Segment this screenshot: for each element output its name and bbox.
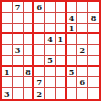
cell-r1c8[interactable] [77,2,88,13]
cell-r8c3[interactable] [24,77,35,88]
cell-r7c2[interactable] [13,67,24,78]
cell-r9c4[interactable]: 2 [34,88,45,99]
cell-r7c5[interactable] [45,67,56,78]
cell-r9c8[interactable] [77,88,88,99]
cell-r1c9[interactable] [88,2,99,13]
cell-r7c6[interactable] [56,67,67,78]
cell-r8c8[interactable]: 6 [77,77,88,88]
cell-r8c2[interactable] [13,77,24,88]
cell-r2c4[interactable] [34,13,45,24]
cell-r5c3[interactable] [24,45,35,56]
cell-r8c6[interactable] [56,77,67,88]
cell-r6c1[interactable] [2,56,13,67]
cell-r3c1[interactable] [2,24,13,35]
cell-r6c5[interactable]: 5 [45,56,56,67]
cell-r1c1[interactable] [2,2,13,13]
cell-r3c5[interactable] [45,24,56,35]
cell-r8c1[interactable] [2,77,13,88]
cell-r1c6[interactable] [56,2,67,13]
cell-r7c8[interactable] [77,67,88,78]
cell-r3c9[interactable] [88,24,99,35]
cell-r2c5[interactable] [45,13,56,24]
cell-r1c7[interactable] [67,2,78,13]
cell-r6c4[interactable] [34,56,45,67]
cell-r5c5[interactable] [45,45,56,56]
cell-r2c8[interactable] [77,13,88,24]
cell-r3c2[interactable] [13,24,24,35]
cell-r7c9[interactable] [88,67,99,78]
cell-r6c3[interactable] [24,56,35,67]
cell-r8c5[interactable] [45,77,56,88]
cell-r6c9[interactable] [88,56,99,67]
cell-r7c1[interactable]: 1 [2,67,13,78]
cell-r1c2[interactable]: 7 [13,2,24,13]
sudoku-board: 76481413251857632 [0,0,101,101]
cell-r2c7[interactable]: 4 [67,13,78,24]
cell-r3c7[interactable]: 1 [67,24,78,35]
cell-r5c7[interactable] [67,45,78,56]
cell-r3c6[interactable] [56,24,67,35]
cell-r1c3[interactable] [24,2,35,13]
cell-r5c6[interactable] [56,45,67,56]
cell-r9c5[interactable] [45,88,56,99]
cell-r5c4[interactable] [34,45,45,56]
cell-r4c6[interactable]: 1 [56,34,67,45]
cell-r9c2[interactable] [13,88,24,99]
cell-r7c3[interactable]: 8 [24,67,35,78]
cell-r5c9[interactable] [88,45,99,56]
cell-r4c9[interactable] [88,34,99,45]
cell-r7c4[interactable] [34,67,45,78]
cell-r5c1[interactable] [2,45,13,56]
cell-r1c5[interactable] [45,2,56,13]
cell-r7c7[interactable]: 5 [67,67,78,78]
cell-r3c8[interactable] [77,24,88,35]
cell-r8c9[interactable] [88,77,99,88]
cell-r5c8[interactable]: 2 [77,45,88,56]
cell-r4c2[interactable] [13,34,24,45]
cell-r9c6[interactable] [56,88,67,99]
cell-r8c4[interactable]: 7 [34,77,45,88]
cell-r8c7[interactable] [67,77,78,88]
cell-r1c4[interactable]: 6 [34,2,45,13]
cell-r3c3[interactable] [24,24,35,35]
cell-r9c7[interactable] [67,88,78,99]
cell-r2c9[interactable]: 8 [88,13,99,24]
cell-r2c3[interactable] [24,13,35,24]
cell-r5c2[interactable]: 3 [13,45,24,56]
cell-r4c5[interactable]: 4 [45,34,56,45]
cell-r2c6[interactable] [56,13,67,24]
cell-r4c1[interactable] [2,34,13,45]
cell-r9c3[interactable] [24,88,35,99]
cell-r6c8[interactable] [77,56,88,67]
cell-r4c3[interactable] [24,34,35,45]
cell-r3c4[interactable] [34,24,45,35]
cell-r9c1[interactable]: 3 [2,88,13,99]
cell-r9c9[interactable] [88,88,99,99]
cell-r2c2[interactable] [13,13,24,24]
cell-r4c7[interactable] [67,34,78,45]
cell-r4c8[interactable] [77,34,88,45]
cell-r6c6[interactable] [56,56,67,67]
cell-r4c4[interactable] [34,34,45,45]
cell-r2c1[interactable] [2,13,13,24]
cell-r6c2[interactable] [13,56,24,67]
cell-r6c7[interactable] [67,56,78,67]
